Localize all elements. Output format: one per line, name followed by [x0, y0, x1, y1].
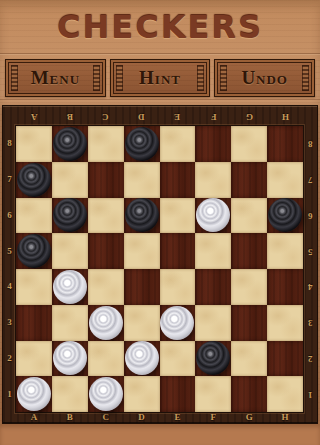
square-e5[interactable] — [160, 233, 196, 269]
square-g2[interactable] — [231, 341, 267, 377]
square-g4[interactable] — [231, 269, 267, 305]
button-ornament-icon — [11, 65, 18, 91]
hint-button-label: Hint — [139, 67, 181, 89]
square-a3[interactable] — [16, 305, 52, 341]
square-h7[interactable] — [267, 162, 303, 198]
square-e7[interactable] — [160, 162, 196, 198]
square-g5[interactable] — [231, 233, 267, 269]
coord-label: 6 — [7, 211, 12, 220]
square-c8[interactable] — [88, 126, 124, 162]
square-f4[interactable] — [195, 269, 231, 305]
white-piece-b2[interactable] — [53, 341, 87, 375]
square-c4[interactable] — [88, 269, 124, 305]
coord-label: G — [246, 112, 253, 121]
button-ornament-icon — [116, 65, 123, 91]
button-ornament-icon — [197, 65, 204, 91]
square-f7[interactable] — [195, 162, 231, 198]
square-d7[interactable] — [124, 162, 160, 198]
square-c5[interactable] — [88, 233, 124, 269]
coord-label: 4 — [7, 282, 12, 291]
black-piece-d6[interactable] — [125, 198, 159, 232]
black-piece-d8[interactable] — [125, 127, 159, 161]
white-piece-d2[interactable] — [125, 341, 159, 375]
square-e4[interactable] — [160, 269, 196, 305]
square-d5[interactable] — [124, 233, 160, 269]
coord-label: B — [67, 413, 73, 422]
coords-bottom: ABCDEFGH — [16, 412, 303, 423]
square-e1[interactable] — [160, 376, 196, 412]
button-ornament-icon — [302, 65, 309, 91]
black-piece-a7[interactable] — [17, 163, 51, 197]
square-g6[interactable] — [231, 198, 267, 234]
square-c7[interactable] — [88, 162, 124, 198]
white-piece-c1[interactable] — [89, 377, 123, 411]
square-b2[interactable] — [52, 341, 88, 377]
square-h1[interactable] — [267, 376, 303, 412]
coord-label: A — [31, 413, 38, 422]
square-e6[interactable] — [160, 198, 196, 234]
coord-label: 2 — [7, 354, 12, 363]
white-piece-e3[interactable] — [160, 306, 194, 340]
square-a6[interactable] — [16, 198, 52, 234]
square-f6[interactable] — [195, 198, 231, 234]
coord-label: G — [246, 413, 253, 422]
square-b1[interactable] — [52, 376, 88, 412]
square-d1[interactable] — [124, 376, 160, 412]
square-g1[interactable] — [231, 376, 267, 412]
undo-button-label: Undo — [241, 67, 288, 89]
square-e8[interactable] — [160, 126, 196, 162]
coord-label: F — [211, 112, 217, 121]
square-a8[interactable] — [16, 126, 52, 162]
square-b6[interactable] — [52, 198, 88, 234]
square-f2[interactable] — [195, 341, 231, 377]
coord-label: H — [282, 112, 289, 121]
square-h8[interactable] — [267, 126, 303, 162]
checkers-app: CHECKERS Menu Hint Undo ABCDEFGH 8765432… — [0, 0, 320, 445]
black-piece-b8[interactable] — [53, 127, 87, 161]
square-g8[interactable] — [231, 126, 267, 162]
square-d2[interactable] — [124, 341, 160, 377]
coord-label: C — [102, 413, 109, 422]
coord-label: E — [174, 112, 180, 121]
app-title: CHECKERS — [57, 8, 263, 46]
toolbar: Menu Hint Undo — [0, 54, 320, 100]
coord-label: A — [31, 112, 38, 121]
coord-label: 7 — [7, 175, 12, 184]
square-b3[interactable] — [52, 305, 88, 341]
coord-label: 4 — [308, 282, 313, 291]
menu-button-label: Menu — [31, 67, 80, 89]
square-h3[interactable] — [267, 305, 303, 341]
square-b8[interactable] — [52, 126, 88, 162]
title-bar: CHECKERS — [0, 0, 320, 54]
square-g3[interactable] — [231, 305, 267, 341]
coord-label: 3 — [7, 318, 12, 327]
coord-label: 1 — [7, 390, 12, 399]
square-c1[interactable] — [88, 376, 124, 412]
square-c6[interactable] — [88, 198, 124, 234]
coord-label: D — [138, 413, 145, 422]
coords-right: 87654321 — [303, 126, 317, 412]
button-ornament-icon — [93, 65, 100, 91]
checkers-board: ABCDEFGH 87654321 87654321 ABCDEFGH — [2, 105, 318, 424]
board-grid — [16, 126, 303, 412]
hint-button[interactable]: Hint — [110, 59, 211, 97]
square-d4[interactable] — [124, 269, 160, 305]
coords-top: ABCDEFGH — [16, 106, 303, 126]
white-piece-f6[interactable] — [196, 198, 230, 232]
square-e2[interactable] — [160, 341, 196, 377]
bottom-wood-strip — [0, 424, 320, 445]
square-f1[interactable] — [195, 376, 231, 412]
black-piece-a5[interactable] — [17, 234, 51, 268]
coord-label: B — [67, 112, 73, 121]
square-a2[interactable] — [16, 341, 52, 377]
white-piece-a1[interactable] — [17, 377, 51, 411]
coord-label: 8 — [7, 139, 12, 148]
square-f8[interactable] — [195, 126, 231, 162]
square-g7[interactable] — [231, 162, 267, 198]
coord-label: 7 — [308, 175, 313, 184]
square-a1[interactable] — [16, 376, 52, 412]
square-d8[interactable] — [124, 126, 160, 162]
square-b7[interactable] — [52, 162, 88, 198]
coord-label: 5 — [308, 247, 313, 256]
square-c2[interactable] — [88, 341, 124, 377]
square-c3[interactable] — [88, 305, 124, 341]
coord-label: F — [211, 413, 217, 422]
square-e3[interactable] — [160, 305, 196, 341]
coord-label: 1 — [308, 390, 313, 399]
black-piece-h6[interactable] — [268, 198, 302, 232]
square-d3[interactable] — [124, 305, 160, 341]
coord-label: 2 — [308, 354, 313, 363]
black-piece-f2[interactable] — [196, 341, 230, 375]
coord-label: 6 — [308, 211, 313, 220]
square-d6[interactable] — [124, 198, 160, 234]
coord-label: 5 — [7, 247, 12, 256]
coord-label: C — [102, 112, 109, 121]
square-f3[interactable] — [195, 305, 231, 341]
white-piece-c3[interactable] — [89, 306, 123, 340]
coord-label: H — [282, 413, 289, 422]
coord-label: D — [138, 112, 145, 121]
square-b4[interactable] — [52, 269, 88, 305]
square-a7[interactable] — [16, 162, 52, 198]
square-a5[interactable] — [16, 233, 52, 269]
square-f5[interactable] — [195, 233, 231, 269]
menu-button[interactable]: Menu — [5, 59, 106, 97]
square-h4[interactable] — [267, 269, 303, 305]
coord-label: E — [174, 413, 180, 422]
square-h6[interactable] — [267, 198, 303, 234]
coords-left: 87654321 — [3, 126, 16, 412]
black-piece-b6[interactable] — [53, 198, 87, 232]
square-h2[interactable] — [267, 341, 303, 377]
white-piece-b4[interactable] — [53, 270, 87, 304]
square-h5[interactable] — [267, 233, 303, 269]
coord-label: 3 — [308, 318, 313, 327]
coord-label: 8 — [308, 139, 313, 148]
button-ornament-icon — [220, 65, 227, 91]
square-a4[interactable] — [16, 269, 52, 305]
square-b5[interactable] — [52, 233, 88, 269]
undo-button[interactable]: Undo — [214, 59, 315, 97]
